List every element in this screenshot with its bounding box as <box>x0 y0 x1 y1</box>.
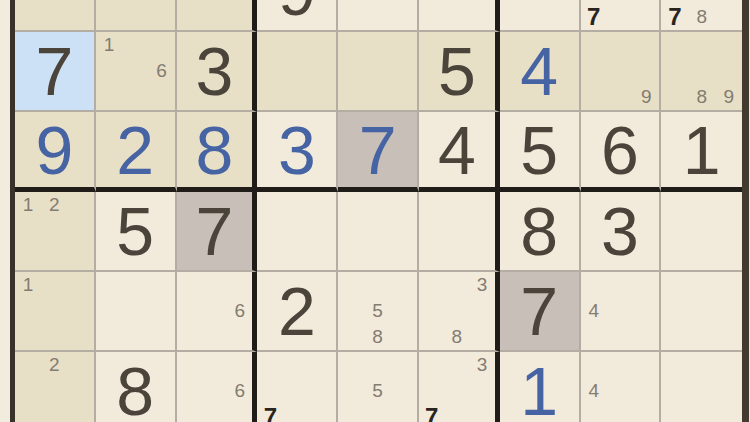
pencil-mark-6: 6 <box>227 298 252 324</box>
sudoku-board: 4564597787163549899283745611257831625838… <box>10 0 749 422</box>
cell-r0c0[interactable]: 45 <box>15 0 96 32</box>
pencil-mark-5: 5 <box>364 378 390 404</box>
pencil-mark-7: 7 <box>581 4 607 30</box>
cell-r5c8[interactable] <box>661 352 742 422</box>
cell-r4c6[interactable]: 7 <box>500 272 581 352</box>
cell-r3c1[interactable]: 5 <box>96 192 177 272</box>
cell-r2c0[interactable]: 9 <box>15 112 96 192</box>
pencil-mark-6: 6 <box>148 58 174 84</box>
given-digit: 9 <box>257 0 336 30</box>
given-digit: 5 <box>419 32 495 110</box>
pencil-mark-4: 4 <box>15 0 41 4</box>
cell-r0c7[interactable]: 7 <box>581 0 662 32</box>
pencil-mark-5: 5 <box>364 298 390 324</box>
pencil-mark-3: 3 <box>470 272 495 298</box>
given-digit: 5 <box>500 112 579 187</box>
pencil-mark-5: 5 <box>41 0 67 4</box>
cell-r1c0[interactable]: 7 <box>15 32 96 112</box>
cell-r2c4[interactable]: 7 <box>338 112 419 192</box>
given-digit: 7 <box>15 32 94 110</box>
pencil-mark-8: 8 <box>688 4 715 30</box>
pencil-mark-5: 5 <box>202 0 227 4</box>
cell-r5c3[interactable]: 7 <box>257 352 338 422</box>
pencil-mark-9: 9 <box>715 84 742 110</box>
given-digit: 6 <box>581 112 660 187</box>
cell-r1c2[interactable]: 3 <box>177 32 258 112</box>
given-digit: 8 <box>500 192 579 270</box>
cell-r0c4[interactable] <box>338 0 419 32</box>
cell-r5c7[interactable]: 4 <box>581 352 662 422</box>
cell-r2c1[interactable]: 2 <box>96 112 177 192</box>
cell-r1c7[interactable]: 9 <box>581 32 662 112</box>
pencil-mark-4: 4 <box>177 0 202 4</box>
user-digit: 8 <box>177 112 253 187</box>
cell-r0c2[interactable]: 45 <box>177 0 258 32</box>
cell-r5c0[interactable]: 2 <box>15 352 96 422</box>
given-digit: 7 <box>177 192 253 270</box>
cell-r3c0[interactable]: 12 <box>15 192 96 272</box>
user-digit: 2 <box>96 112 175 187</box>
cell-r1c6[interactable]: 4 <box>500 32 581 112</box>
cell-r5c5[interactable]: 37 <box>419 352 500 422</box>
pencil-mark-4: 4 <box>581 298 607 324</box>
cell-r2c3[interactable]: 3 <box>257 112 338 192</box>
cell-r4c4[interactable]: 58 <box>338 272 419 352</box>
cell-r4c1[interactable] <box>96 272 177 352</box>
pencil-mark-6: 6 <box>148 0 174 4</box>
cell-r5c6[interactable]: 1 <box>500 352 581 422</box>
cell-r3c8[interactable] <box>661 192 742 272</box>
cell-r4c7[interactable]: 4 <box>581 272 662 352</box>
cell-r1c3[interactable] <box>257 32 338 112</box>
user-digit: 9 <box>15 112 94 187</box>
cell-r4c3[interactable]: 2 <box>257 272 338 352</box>
pencil-mark-4: 4 <box>581 378 607 404</box>
user-digit: 3 <box>257 112 336 187</box>
pencil-mark-6: 6 <box>227 378 252 404</box>
cell-r0c5[interactable] <box>419 0 500 32</box>
pencil-mark-7: 7 <box>661 4 688 30</box>
cell-r1c5[interactable]: 5 <box>419 32 500 112</box>
cell-r3c6[interactable]: 8 <box>500 192 581 272</box>
cell-r2c8[interactable]: 1 <box>661 112 742 192</box>
given-digit: 2 <box>257 272 336 350</box>
given-digit: 3 <box>177 32 253 110</box>
cell-r2c7[interactable]: 6 <box>581 112 662 192</box>
user-digit: 1 <box>500 352 579 422</box>
given-digit: 3 <box>581 192 660 270</box>
cell-r4c5[interactable]: 38 <box>419 272 500 352</box>
cell-r5c2[interactable]: 6 <box>177 352 258 422</box>
cell-r5c4[interactable]: 5 <box>338 352 419 422</box>
cell-r0c6[interactable] <box>500 0 581 32</box>
cell-r0c3[interactable]: 9 <box>257 0 338 32</box>
pencil-mark-3: 3 <box>470 352 495 378</box>
pencil-mark-1: 1 <box>15 192 41 218</box>
given-digit: 8 <box>96 352 175 422</box>
cell-r1c1[interactable]: 16 <box>96 32 177 112</box>
user-digit: 4 <box>500 32 579 110</box>
cell-r4c8[interactable] <box>661 272 742 352</box>
given-digit: 5 <box>96 192 175 270</box>
sudoku-viewport: 4564597787163549899283745611257831625838… <box>0 0 750 422</box>
pencil-mark-2: 2 <box>41 192 67 218</box>
cell-r4c0[interactable]: 1 <box>15 272 96 352</box>
pencil-mark-1: 1 <box>96 32 122 58</box>
cell-r2c6[interactable]: 5 <box>500 112 581 192</box>
cell-r3c5[interactable] <box>419 192 500 272</box>
cell-r3c4[interactable] <box>338 192 419 272</box>
given-digit: 1 <box>661 112 742 187</box>
cell-r4c2[interactable]: 6 <box>177 272 258 352</box>
cell-r5c1[interactable]: 8 <box>96 352 177 422</box>
cell-r0c8[interactable]: 78 <box>661 0 742 32</box>
cell-r0c1[interactable]: 6 <box>96 0 177 32</box>
pencil-mark-8: 8 <box>444 324 469 350</box>
pencil-mark-7: 7 <box>419 404 444 422</box>
cell-r1c4[interactable] <box>338 32 419 112</box>
cell-r3c3[interactable] <box>257 192 338 272</box>
pencil-mark-2: 2 <box>41 352 67 378</box>
pencil-mark-9: 9 <box>633 84 659 110</box>
cell-r1c8[interactable]: 89 <box>661 32 742 112</box>
given-digit: 4 <box>419 112 495 187</box>
cell-r3c2[interactable]: 7 <box>177 192 258 272</box>
cell-r2c2[interactable]: 8 <box>177 112 258 192</box>
given-digit: 7 <box>500 272 579 350</box>
cell-r2c5[interactable]: 4 <box>419 112 500 192</box>
pencil-mark-7: 7 <box>257 404 283 422</box>
user-digit: 7 <box>338 112 417 187</box>
pencil-mark-8: 8 <box>364 324 390 350</box>
pencil-mark-1: 1 <box>15 272 41 298</box>
cell-r3c7[interactable]: 3 <box>581 192 662 272</box>
pencil-mark-8: 8 <box>688 84 715 110</box>
